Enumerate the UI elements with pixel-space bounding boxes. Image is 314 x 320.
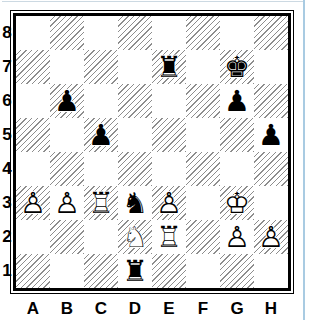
square-e3[interactable]: ♟♙: [152, 186, 186, 220]
square-e6[interactable]: [152, 84, 186, 118]
square-g2[interactable]: ♟♙: [220, 220, 254, 254]
square-g6[interactable]: ♟: [220, 84, 254, 118]
square-g8[interactable]: [220, 16, 254, 50]
piece-glyph: ♖: [88, 186, 114, 220]
square-g5[interactable]: [220, 118, 254, 152]
square-e4[interactable]: [152, 152, 186, 186]
square-g1[interactable]: [220, 254, 254, 288]
board-frame-outer: ♜♚♟♟♟♟♟♙♟♙♜♖♞♟♙♚♔♞♘♜♖♟♙♟♙♜: [10, 10, 294, 294]
white-pawn-piece: ♟♙: [20, 186, 46, 220]
file-label-g: G: [227, 300, 247, 318]
square-f7[interactable]: [186, 50, 220, 84]
square-a7[interactable]: [16, 50, 50, 84]
black-king-piece: ♚: [224, 50, 250, 84]
file-label-e: E: [159, 300, 179, 318]
piece-glyph: ♙: [224, 220, 250, 254]
square-d2[interactable]: ♞♘: [118, 220, 152, 254]
piece-glyph: ♙: [20, 186, 46, 220]
square-c5[interactable]: ♟: [84, 118, 118, 152]
image-right-edge-line: [303, 0, 305, 320]
square-b6[interactable]: ♟: [50, 84, 84, 118]
square-d7[interactable]: [118, 50, 152, 84]
square-f6[interactable]: [186, 84, 220, 118]
board-grid: ♜♚♟♟♟♟♟♙♟♙♜♖♞♟♙♚♔♞♘♜♖♟♙♟♙♜: [16, 16, 288, 288]
square-f2[interactable]: [186, 220, 220, 254]
rank-label-6: 6: [0, 91, 14, 111]
square-d6[interactable]: [118, 84, 152, 118]
white-pawn-piece: ♟♙: [54, 186, 80, 220]
black-rook-piece: ♜: [122, 254, 148, 288]
square-e1[interactable]: [152, 254, 186, 288]
square-f4[interactable]: [186, 152, 220, 186]
white-pawn-piece: ♟♙: [258, 220, 284, 254]
image-top-edge-line: [2, 1, 305, 2]
square-g4[interactable]: [220, 152, 254, 186]
square-b2[interactable]: [50, 220, 84, 254]
rank-label-8: 8: [0, 23, 14, 43]
rank-label-1: 1: [0, 261, 14, 281]
square-h5[interactable]: ♟: [254, 118, 288, 152]
square-c2[interactable]: [84, 220, 118, 254]
chess-diagram: ♜♚♟♟♟♟♟♙♟♙♜♖♞♟♙♚♔♞♘♜♖♟♙♟♙♜ 87654321 ABCD…: [0, 0, 314, 320]
square-d3[interactable]: ♞: [118, 186, 152, 220]
square-a2[interactable]: [16, 220, 50, 254]
piece-glyph: ♙: [258, 220, 284, 254]
square-e2[interactable]: ♜♖: [152, 220, 186, 254]
square-a8[interactable]: [16, 16, 50, 50]
square-h8[interactable]: [254, 16, 288, 50]
square-h1[interactable]: [254, 254, 288, 288]
square-c1[interactable]: [84, 254, 118, 288]
square-b3[interactable]: ♟♙: [50, 186, 84, 220]
piece-glyph: ♘: [122, 220, 148, 254]
square-h2[interactable]: ♟♙: [254, 220, 288, 254]
square-h4[interactable]: [254, 152, 288, 186]
square-c8[interactable]: [84, 16, 118, 50]
square-b5[interactable]: [50, 118, 84, 152]
black-knight-piece: ♞: [122, 186, 148, 220]
file-label-f: F: [193, 300, 213, 318]
square-g7[interactable]: ♚: [220, 50, 254, 84]
square-a4[interactable]: [16, 152, 50, 186]
white-rook-piece: ♜♖: [88, 186, 114, 220]
file-label-c: C: [91, 300, 111, 318]
rank-label-5: 5: [0, 125, 14, 145]
file-label-a: A: [23, 300, 43, 318]
square-e5[interactable]: [152, 118, 186, 152]
rank-label-7: 7: [0, 57, 14, 77]
file-label-h: H: [261, 300, 281, 318]
piece-glyph: ♔: [224, 186, 250, 220]
square-d5[interactable]: [118, 118, 152, 152]
square-g3[interactable]: ♚♔: [220, 186, 254, 220]
square-c3[interactable]: ♜♖: [84, 186, 118, 220]
square-b1[interactable]: [50, 254, 84, 288]
square-e7[interactable]: ♜: [152, 50, 186, 84]
square-e8[interactable]: [152, 16, 186, 50]
white-pawn-piece: ♟♙: [224, 220, 250, 254]
square-d8[interactable]: [118, 16, 152, 50]
square-b7[interactable]: [50, 50, 84, 84]
file-label-d: D: [125, 300, 145, 318]
white-pawn-piece: ♟♙: [156, 186, 182, 220]
board-frame-inner: ♜♚♟♟♟♟♟♙♟♙♜♖♞♟♙♚♔♞♘♜♖♟♙♟♙♜: [13, 13, 291, 291]
square-c7[interactable]: [84, 50, 118, 84]
square-a5[interactable]: [16, 118, 50, 152]
square-a6[interactable]: [16, 84, 50, 118]
piece-glyph: ♙: [156, 186, 182, 220]
black-rook-piece: ♜: [156, 50, 182, 84]
square-c6[interactable]: [84, 84, 118, 118]
black-pawn-piece: ♟: [224, 84, 250, 118]
square-f3[interactable]: [186, 186, 220, 220]
square-h7[interactable]: [254, 50, 288, 84]
square-a1[interactable]: [16, 254, 50, 288]
square-h6[interactable]: [254, 84, 288, 118]
white-rook-piece: ♜♖: [156, 220, 182, 254]
black-pawn-piece: ♟: [258, 118, 284, 152]
rank-label-4: 4: [0, 159, 14, 179]
square-h3[interactable]: [254, 186, 288, 220]
square-b4[interactable]: [50, 152, 84, 186]
black-pawn-piece: ♟: [54, 84, 80, 118]
file-label-b: B: [57, 300, 77, 318]
piece-glyph: ♙: [54, 186, 80, 220]
square-f1[interactable]: [186, 254, 220, 288]
square-b8[interactable]: [50, 16, 84, 50]
square-c4[interactable]: [84, 152, 118, 186]
black-pawn-piece: ♟: [88, 118, 114, 152]
rank-label-2: 2: [0, 227, 14, 247]
square-d1[interactable]: ♜: [118, 254, 152, 288]
square-f8[interactable]: [186, 16, 220, 50]
square-a3[interactable]: ♟♙: [16, 186, 50, 220]
rank-label-3: 3: [0, 193, 14, 213]
square-d4[interactable]: [118, 152, 152, 186]
piece-glyph: ♖: [156, 220, 182, 254]
white-king-piece: ♚♔: [224, 186, 250, 220]
white-knight-piece: ♞♘: [122, 220, 148, 254]
square-f5[interactable]: [186, 118, 220, 152]
